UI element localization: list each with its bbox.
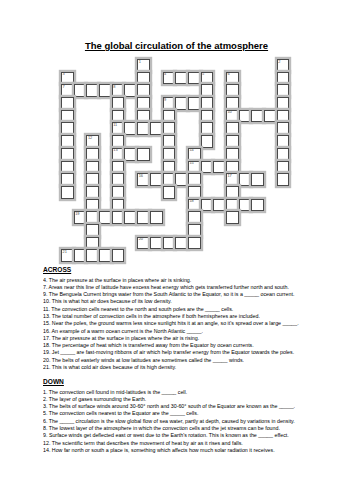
- grid-cell[interactable]: [150, 122, 163, 135]
- grid-cell[interactable]: [163, 237, 176, 250]
- grid-cell[interactable]: [201, 110, 214, 123]
- across-clue-20: 20. The belts of easterly winds at low l…: [43, 357, 343, 364]
- grid-cell[interactable]: [124, 84, 137, 97]
- grid-cell[interactable]: [188, 186, 201, 199]
- grid-cell[interactable]: [86, 148, 99, 161]
- clue-number: 5: [202, 72, 204, 76]
- grid-cell[interactable]: [175, 237, 188, 250]
- down-clue-14: 14. How far north or south a place is, s…: [43, 447, 343, 454]
- worksheet-page: { "game": "crossword", "title": "The glo…: [0, 0, 353, 500]
- down-clues-section: DOWN 1. The convection cell found in mid…: [43, 378, 343, 454]
- grid-cell[interactable]: [61, 186, 74, 199]
- down-clue-12: 12. The scientific term that describes t…: [43, 440, 343, 447]
- grid-cell[interactable]: [150, 237, 163, 250]
- grid-cell[interactable]: [112, 211, 125, 224]
- grid-cell[interactable]: [99, 211, 112, 224]
- across-clue-4: 4. The air pressure at the surface in pl…: [43, 277, 343, 284]
- clue-number: 14: [189, 148, 193, 152]
- clue-number: 19: [75, 212, 79, 216]
- grid-cell[interactable]: [86, 173, 99, 186]
- across-clue-9: 9. The Benguela Current brings water fro…: [43, 291, 343, 298]
- grid-cell[interactable]: 8: [112, 84, 125, 97]
- down-heading: DOWN: [43, 378, 343, 386]
- grid-cell[interactable]: [86, 161, 99, 174]
- grid-cell[interactable]: [213, 161, 226, 174]
- grid-cell[interactable]: [137, 72, 150, 85]
- grid-cell[interactable]: [99, 84, 112, 97]
- clue-number: 3: [63, 72, 65, 76]
- grid-cell[interactable]: [188, 224, 201, 237]
- grid-cell[interactable]: 21: [61, 249, 74, 262]
- grid-cell[interactable]: [86, 84, 99, 97]
- grid-cell[interactable]: [150, 211, 163, 224]
- grid-cell[interactable]: [124, 148, 137, 161]
- grid-cell[interactable]: [226, 211, 239, 224]
- across-heading: ACROSS: [43, 266, 343, 274]
- clue-number: 8: [113, 85, 115, 89]
- grid-cell[interactable]: 15: [188, 161, 201, 174]
- down-clue-6: 6. The _____ circulation is the slow glo…: [43, 418, 343, 425]
- grid-cell[interactable]: [175, 173, 188, 186]
- grid-cell[interactable]: 17: [226, 173, 239, 186]
- clue-number: 21: [63, 250, 67, 254]
- grid-cell[interactable]: [277, 148, 290, 161]
- grid-cell[interactable]: [239, 199, 252, 212]
- grid-cell[interactable]: [86, 186, 99, 199]
- clue-number: 12: [88, 136, 92, 140]
- grid-cell[interactable]: 18: [188, 199, 201, 212]
- grid-cell[interactable]: [137, 211, 150, 224]
- across-clue-7: 7. Areas near this line of latitude have…: [43, 284, 343, 291]
- grid-cell[interactable]: [137, 84, 150, 97]
- grid-cell[interactable]: [239, 173, 252, 186]
- clue-number: 20: [139, 237, 143, 241]
- grid-cell[interactable]: [74, 84, 87, 97]
- grid-cell[interactable]: [61, 110, 74, 123]
- grid-cell[interactable]: [226, 148, 239, 161]
- grid-cell[interactable]: [163, 173, 176, 186]
- clue-number: 17: [227, 174, 231, 178]
- grid-cell[interactable]: [163, 186, 176, 199]
- grid-cell[interactable]: [201, 135, 214, 148]
- across-clue-11: 11. The convection cells nearest to the …: [43, 306, 343, 313]
- grid-cell[interactable]: [99, 249, 112, 262]
- grid-cell[interactable]: [277, 135, 290, 148]
- grid-cell[interactable]: [112, 173, 125, 186]
- grid-cell[interactable]: [277, 122, 290, 135]
- grid-cell[interactable]: [124, 122, 137, 135]
- grid-cell[interactable]: [61, 122, 74, 135]
- grid-cell[interactable]: [277, 72, 290, 85]
- across-clue-10: 10. This is what hot air does because of…: [43, 298, 343, 305]
- grid-cell[interactable]: [163, 148, 176, 161]
- grid-cell[interactable]: [61, 135, 74, 148]
- down-clue-8: 8. The lowest layer of the atmosphere in…: [43, 425, 343, 432]
- down-clue-5: 5. The convection cells nearest to the E…: [43, 410, 343, 417]
- grid-cell[interactable]: [86, 237, 99, 250]
- across-clues-section: ACROSS 4. The air pressure at the surfac…: [43, 266, 343, 371]
- clue-number: 9: [164, 98, 166, 102]
- grid-cell[interactable]: [163, 135, 176, 148]
- grid-cell[interactable]: [188, 97, 201, 110]
- grid-cell[interactable]: [86, 249, 99, 262]
- grid-cell[interactable]: [86, 211, 99, 224]
- grid-cell[interactable]: [112, 199, 125, 212]
- clue-number: 18: [189, 199, 193, 203]
- grid-cell[interactable]: [86, 199, 99, 212]
- grid-cell[interactable]: [150, 173, 163, 186]
- grid-cell[interactable]: [226, 97, 239, 110]
- across-clue-16: 16. An example of a warm ocean current i…: [43, 328, 343, 335]
- across-clue-19: 19. Jet _____ are fast-moving ribbons of…: [43, 349, 343, 356]
- grid-cell[interactable]: [277, 161, 290, 174]
- grid-cell[interactable]: [163, 110, 176, 123]
- grid-cell[interactable]: [188, 72, 201, 85]
- grid-cell[interactable]: [226, 84, 239, 97]
- grid-cell[interactable]: 10: [226, 110, 239, 123]
- clue-number: 7: [63, 85, 65, 89]
- grid-cell[interactable]: [163, 122, 176, 135]
- grid-cell[interactable]: 12: [86, 135, 99, 148]
- grid-cell[interactable]: [264, 110, 277, 123]
- grid-cell[interactable]: [61, 97, 74, 110]
- grid-cell[interactable]: [112, 135, 125, 148]
- grid-cell[interactable]: [124, 211, 137, 224]
- grid-cell[interactable]: [251, 110, 264, 123]
- page-title: The global circulation of the atmosphere: [0, 40, 353, 51]
- clue-number: 2: [278, 60, 280, 64]
- grid-cell[interactable]: 5: [201, 72, 214, 85]
- across-clue-17: 17. The air pressure at the surface in p…: [43, 335, 343, 342]
- grid-cell[interactable]: [277, 97, 290, 110]
- across-clue-21: 21. This is what cold air does because o…: [43, 364, 343, 371]
- grid-cell[interactable]: [61, 148, 74, 161]
- grid-cell[interactable]: [226, 199, 239, 212]
- down-clue-list: 1. The convection cell found in mid-lati…: [43, 389, 343, 455]
- down-clue-2: 2. The layer of gases surrounding the Ea…: [43, 396, 343, 403]
- grid-cell[interactable]: [112, 161, 125, 174]
- clue-number: 4: [164, 72, 166, 76]
- grid-cell[interactable]: [137, 122, 150, 135]
- grid-cell[interactable]: [201, 97, 214, 110]
- grid-cell[interactable]: [137, 110, 150, 123]
- grid-cell[interactable]: [137, 148, 150, 161]
- grid-cell[interactable]: 13: [112, 148, 125, 161]
- grid-cell[interactable]: [61, 161, 74, 174]
- down-clue-3: 3. The belts of surface winds around 30-…: [43, 403, 343, 410]
- down-clue-9: 9. Surface winds get deflected east or w…: [43, 432, 343, 439]
- grid-cell[interactable]: [188, 237, 201, 250]
- across-clue-18: 18. The percentage of heat which is tran…: [43, 342, 343, 349]
- grid-cell[interactable]: [74, 249, 87, 262]
- grid-cell[interactable]: [277, 110, 290, 123]
- across-clue-15: 15. Near the poles, the ground warms les…: [43, 320, 343, 327]
- grid-cell[interactable]: [163, 161, 176, 174]
- grid-cell[interactable]: 1: [137, 59, 150, 72]
- clue-number: 10: [227, 110, 231, 114]
- grid-cell[interactable]: [213, 199, 226, 212]
- grid-cell[interactable]: [239, 110, 252, 123]
- grid-cell[interactable]: [251, 199, 264, 212]
- grid-cell[interactable]: [226, 186, 239, 199]
- clue-number: 6: [227, 72, 229, 76]
- grid-cell[interactable]: 2: [277, 59, 290, 72]
- clue-number: 15: [189, 161, 193, 165]
- grid-cell[interactable]: 20: [137, 237, 150, 250]
- grid-cell[interactable]: [175, 72, 188, 85]
- grid-cell[interactable]: [112, 249, 125, 262]
- grid-cell[interactable]: [188, 173, 201, 186]
- grid-cell[interactable]: 9: [163, 97, 176, 110]
- clue-number: 13: [113, 148, 117, 152]
- grid-cell[interactable]: [277, 173, 290, 186]
- grid-cell[interactable]: 16: [137, 173, 150, 186]
- crossword-grid: 123456789101112131415161718192021: [61, 59, 289, 262]
- grid-cell[interactable]: [112, 186, 125, 199]
- across-clue-13: 13. The total number of convection cells…: [43, 313, 343, 320]
- grid-cell[interactable]: [188, 211, 201, 224]
- grid-cell[interactable]: [201, 161, 214, 174]
- grid-cell[interactable]: [175, 97, 188, 110]
- grid-cell[interactable]: 19: [74, 211, 87, 224]
- grid-cell[interactable]: 14: [188, 148, 201, 161]
- grid-cell[interactable]: 3: [61, 72, 74, 85]
- grid-cell[interactable]: [112, 97, 125, 110]
- grid-cell[interactable]: [201, 84, 214, 97]
- grid-cell[interactable]: [226, 135, 239, 148]
- grid-cell[interactable]: 4: [163, 72, 176, 85]
- grid-cell[interactable]: [201, 199, 214, 212]
- grid-cell[interactable]: [112, 110, 125, 123]
- grid-cell[interactable]: [226, 122, 239, 135]
- grid-cell[interactable]: 11: [112, 122, 125, 135]
- grid-cell[interactable]: [201, 122, 214, 135]
- grid-cell[interactable]: [86, 224, 99, 237]
- grid-cell[interactable]: [277, 84, 290, 97]
- grid-cell[interactable]: [61, 173, 74, 186]
- across-clue-list: 4. The air pressure at the surface in pl…: [43, 277, 343, 372]
- grid-cell[interactable]: [137, 97, 150, 110]
- grid-cell[interactable]: [226, 161, 239, 174]
- clue-number: 16: [139, 174, 143, 178]
- down-clue-1: 1. The convection cell found in mid-lati…: [43, 389, 343, 396]
- clue-number: 11: [113, 123, 117, 127]
- grid-cell[interactable]: 6: [226, 72, 239, 85]
- grid-cell[interactable]: [251, 173, 264, 186]
- grid-cell[interactable]: 7: [61, 84, 74, 97]
- clue-number: 1: [139, 60, 141, 64]
